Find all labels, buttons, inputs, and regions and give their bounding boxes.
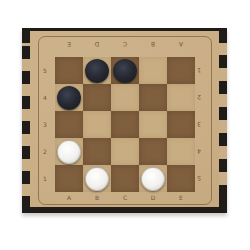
coord-label-A: A (55, 192, 83, 203)
coord-label-D: D (139, 192, 167, 203)
piece-black-A4[interactable] (57, 86, 81, 110)
piece-black-C5[interactable] (113, 59, 137, 83)
square-E4[interactable] (167, 84, 195, 111)
coord-label-B: B (83, 192, 111, 203)
square-B1[interactable] (83, 165, 111, 192)
square-E1[interactable] (167, 165, 195, 192)
square-D3[interactable] (139, 111, 167, 138)
piece-white-D1[interactable] (141, 167, 165, 191)
coord-label-A: A (167, 39, 195, 50)
square-A1[interactable] (55, 165, 83, 192)
piece-black-B5[interactable] (85, 59, 109, 83)
piece-white-A2[interactable] (57, 140, 81, 164)
square-E3[interactable] (167, 111, 195, 138)
left-coordinate-labels: 54321 (39, 57, 51, 192)
square-D1[interactable] (139, 165, 167, 192)
coord-label-2: 2 (39, 138, 51, 165)
square-B2[interactable] (83, 138, 111, 165)
square-C5[interactable] (111, 57, 139, 84)
bottom-coordinate-labels: ABCDE (55, 192, 195, 203)
square-A5[interactable] (55, 57, 83, 84)
square-D5[interactable] (139, 57, 167, 84)
checkers-board-grid (55, 57, 195, 192)
coord-label-1: 1 (39, 165, 51, 192)
box-bottom-edge (22, 207, 227, 213)
product-photo-background: EDCBA ABCDE 54321 12345 (0, 0, 250, 250)
coord-label-C: C (111, 192, 139, 203)
box-finger-joint-right-edge (218, 28, 227, 213)
square-D2[interactable] (139, 138, 167, 165)
coord-label-5: 5 (39, 57, 51, 84)
coord-label-E: E (55, 39, 83, 50)
coord-label-C: C (111, 39, 139, 50)
coord-label-B: B (139, 39, 167, 50)
square-A3[interactable] (55, 111, 83, 138)
coord-label-E: E (167, 192, 195, 203)
square-E5[interactable] (167, 57, 195, 84)
piece-white-B1[interactable] (85, 167, 109, 191)
coord-label-3: 3 (39, 111, 51, 138)
square-C2[interactable] (111, 138, 139, 165)
square-B3[interactable] (83, 111, 111, 138)
square-B5[interactable] (83, 57, 111, 84)
square-A2[interactable] (55, 138, 83, 165)
coord-label-4: 4 (39, 84, 51, 111)
square-C3[interactable] (111, 111, 139, 138)
square-C1[interactable] (111, 165, 139, 192)
square-C4[interactable] (111, 84, 139, 111)
top-coordinate-labels: EDCBA (55, 39, 195, 50)
square-A4[interactable] (55, 84, 83, 111)
square-D4[interactable] (139, 84, 167, 111)
square-E2[interactable] (167, 138, 195, 165)
square-B4[interactable] (83, 84, 111, 111)
coord-label-D: D (83, 39, 111, 50)
